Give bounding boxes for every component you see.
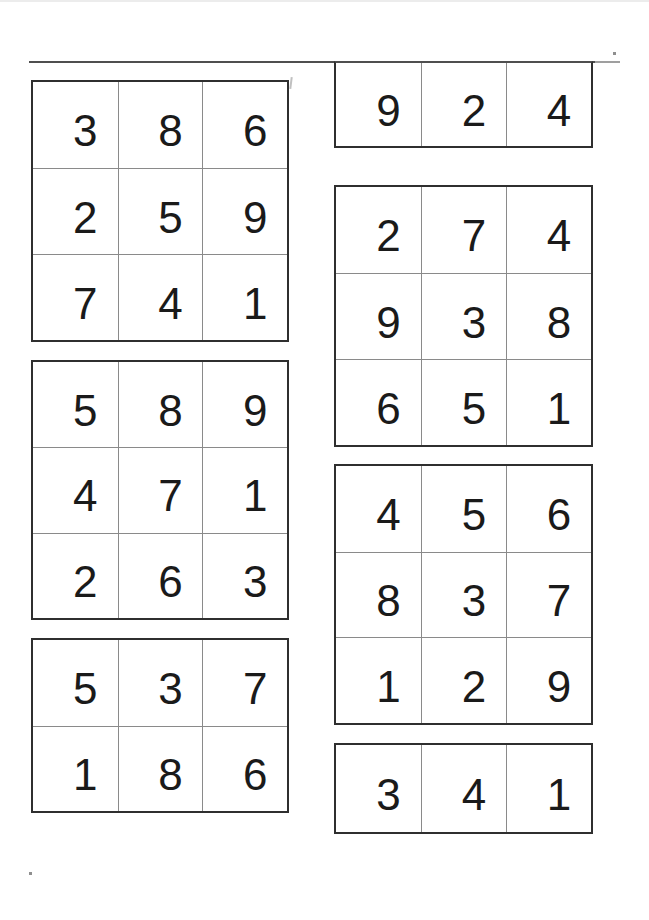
worksheet-page: 386259741 589471263 537186 924 274938651…: [0, 0, 649, 920]
cell-digit: 3: [73, 109, 97, 153]
cell-digit: 7: [243, 667, 267, 711]
cell-digit: 8: [158, 109, 182, 153]
grid-cell: 9: [336, 273, 421, 359]
cell-digit: 3: [158, 667, 182, 711]
grid-cell: 2: [33, 533, 118, 618]
grid-cell: 9: [506, 637, 591, 723]
grid-cell: 2: [336, 187, 421, 273]
number-grid-right-2: 274938651: [334, 185, 593, 447]
grid-cell: 9: [202, 362, 287, 447]
grid-cell: 3: [202, 533, 287, 618]
cell-digit: 8: [158, 753, 182, 797]
cell-digit: 3: [462, 579, 486, 623]
cell-digit: 1: [243, 474, 267, 518]
number-grid-left-1: 386259741: [31, 80, 289, 342]
cell-digit: 4: [158, 282, 182, 326]
cell-digit: 1: [547, 387, 571, 431]
grid-cell: 4: [336, 466, 421, 552]
grid-cell: 1: [336, 637, 421, 723]
grid-cell: 8: [118, 362, 203, 447]
grid-cell: 6: [336, 359, 421, 445]
cell-digit: 8: [547, 301, 571, 345]
grid-cell: 4: [118, 254, 203, 340]
cell-digit: 7: [547, 579, 571, 623]
page-top-edge: [0, 0, 649, 2]
grid-cell: 3: [421, 552, 506, 638]
grid-cell: 8: [506, 273, 591, 359]
cell-digit: 2: [73, 196, 97, 240]
grid-cell: 1: [506, 359, 591, 445]
number-grid-right-top-partial: 924: [334, 61, 593, 148]
grid-cell: 3: [336, 745, 421, 832]
grid-cell: 2: [421, 63, 506, 146]
grid-cell: 5: [421, 359, 506, 445]
cell-digit: 5: [73, 667, 97, 711]
grid-cell: 8: [118, 726, 203, 812]
grid-cell: 1: [506, 745, 591, 832]
grid-cell: 4: [506, 187, 591, 273]
cell-digit: 9: [376, 301, 400, 345]
grid-cell: 5: [33, 362, 118, 447]
grid-cell: 6: [506, 466, 591, 552]
grid-cell: 7: [118, 447, 203, 532]
cell-digit: 1: [73, 753, 97, 797]
scan-artifact-dot: [29, 872, 32, 875]
cell-digit: 3: [243, 560, 267, 604]
cell-digit: 7: [158, 474, 182, 518]
cell-digit: 9: [243, 196, 267, 240]
cell-digit: 6: [376, 387, 400, 431]
cell-digit: 2: [462, 89, 486, 133]
grid-cell: 1: [33, 726, 118, 812]
scan-artifact-mark: [289, 77, 292, 89]
grid-cell: 4: [33, 447, 118, 532]
grid-cell: 9: [336, 63, 421, 146]
number-grid-left-2: 589471263: [31, 360, 289, 620]
cell-digit: 2: [376, 214, 400, 258]
grid-cell: 5: [118, 168, 203, 254]
cell-digit: 9: [547, 665, 571, 709]
number-grid-left-3-partial: 537186: [31, 638, 289, 813]
cell-digit: 5: [73, 389, 97, 433]
cell-digit: 8: [376, 579, 400, 623]
grid-cell: 4: [506, 63, 591, 146]
cell-digit: 7: [462, 214, 486, 258]
number-grid-right-3: 456837129: [334, 464, 593, 725]
cell-digit: 5: [462, 387, 486, 431]
page-separator-line-tail: [595, 61, 620, 63]
cell-digit: 6: [243, 109, 267, 153]
cell-digit: 5: [158, 196, 182, 240]
cell-digit: 2: [462, 665, 486, 709]
grid-cell: 4: [421, 745, 506, 832]
cell-digit: 6: [243, 753, 267, 797]
cell-digit: 3: [376, 773, 400, 817]
cell-digit: 4: [462, 773, 486, 817]
grid-cell: 3: [421, 273, 506, 359]
grid-cell: 7: [421, 187, 506, 273]
grid-cell: 6: [202, 726, 287, 812]
cell-digit: 3: [462, 301, 486, 345]
cell-digit: 9: [376, 89, 400, 133]
grid-cell: 6: [202, 82, 287, 168]
cell-digit: 2: [73, 560, 97, 604]
cell-digit: 6: [158, 560, 182, 604]
cell-digit: 1: [547, 773, 571, 817]
grid-cell: 6: [118, 533, 203, 618]
cell-digit: 9: [243, 389, 267, 433]
grid-cell: 7: [506, 552, 591, 638]
cell-digit: 6: [547, 493, 571, 537]
number-grid-right-bottom-partial: 341: [334, 743, 593, 834]
grid-cell: 1: [202, 447, 287, 532]
grid-cell: 1: [202, 254, 287, 340]
grid-cell: 8: [118, 82, 203, 168]
scan-artifact-dot: [613, 52, 616, 55]
grid-cell: 3: [33, 82, 118, 168]
grid-cell: 8: [336, 552, 421, 638]
cell-digit: 8: [158, 389, 182, 433]
cell-digit: 4: [547, 89, 571, 133]
grid-cell: 2: [33, 168, 118, 254]
grid-cell: 7: [202, 640, 287, 726]
grid-cell: 9: [202, 168, 287, 254]
cell-digit: 1: [376, 665, 400, 709]
grid-cell: 5: [33, 640, 118, 726]
cell-digit: 4: [547, 214, 571, 258]
grid-cell: 2: [421, 637, 506, 723]
cell-digit: 1: [243, 282, 267, 326]
cell-digit: 7: [73, 282, 97, 326]
grid-cell: 3: [118, 640, 203, 726]
cell-digit: 5: [462, 493, 486, 537]
cell-digit: 4: [73, 474, 97, 518]
grid-cell: 5: [421, 466, 506, 552]
cell-digit: 4: [376, 493, 400, 537]
grid-cell: 7: [33, 254, 118, 340]
